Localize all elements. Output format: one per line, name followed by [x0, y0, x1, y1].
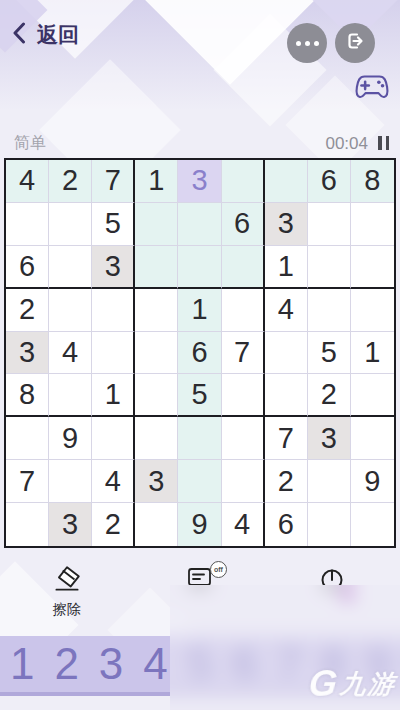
sudoku-cell-r2c6[interactable]: 6: [222, 203, 265, 246]
sudoku-cell-r1c9[interactable]: 8: [351, 160, 394, 203]
sudoku-cell-r1c7[interactable]: [265, 160, 308, 203]
sudoku-cell-r7c2[interactable]: 9: [49, 417, 92, 460]
timer-value: 00:04: [325, 134, 368, 154]
gamepad-floating-button[interactable]: [353, 71, 391, 107]
sudoku-cell-r6c2[interactable]: [49, 374, 92, 417]
sudoku-cell-r7c6[interactable]: [222, 417, 265, 460]
sudoku-cell-r1c4[interactable]: 1: [135, 160, 178, 203]
sudoku-cell-r6c7[interactable]: [265, 374, 308, 417]
sudoku-board: 427136856363121434675181529737432932946: [4, 158, 396, 548]
numpad-key-1[interactable]: 1: [10, 642, 34, 686]
sudoku-cell-r5c4[interactable]: [135, 332, 178, 375]
sudoku-cell-r7c1[interactable]: [6, 417, 49, 460]
sudoku-cell-r5c7[interactable]: [265, 332, 308, 375]
sudoku-cell-r9c4[interactable]: [135, 503, 178, 546]
difficulty-label: 简单: [14, 133, 46, 154]
sudoku-cell-r9c6[interactable]: 4: [222, 503, 265, 546]
sudoku-cell-r6c8[interactable]: 2: [308, 374, 351, 417]
sudoku-cell-r5c2[interactable]: 4: [49, 332, 92, 375]
sudoku-cell-r4c4[interactable]: [135, 289, 178, 332]
notes-icon: off: [187, 565, 213, 593]
sudoku-cell-r8c8[interactable]: [308, 460, 351, 503]
sudoku-cell-r5c3[interactable]: [92, 332, 135, 375]
numpad-key-5[interactable]: 5: [188, 642, 212, 686]
sudoku-cell-r3c6[interactable]: [222, 246, 265, 289]
numpad-key-7[interactable]: 7: [277, 642, 301, 686]
numpad-key-6[interactable]: 6: [232, 642, 256, 686]
sudoku-cell-r4c2[interactable]: [49, 289, 92, 332]
sudoku-cell-r9c7[interactable]: 6: [265, 503, 308, 546]
numpad-key-4[interactable]: 4: [143, 642, 167, 686]
sudoku-cell-r1c8[interactable]: 6: [308, 160, 351, 203]
sudoku-cell-r8c7[interactable]: 2: [265, 460, 308, 503]
eraser-icon: [51, 565, 83, 597]
sudoku-cell-r7c5[interactable]: [178, 417, 221, 460]
sudoku-cell-r4c8[interactable]: [308, 289, 351, 332]
sudoku-cell-r8c5[interactable]: [178, 460, 221, 503]
sudoku-cell-r3c2[interactable]: [49, 246, 92, 289]
sudoku-cell-r5c8[interactable]: 5: [308, 332, 351, 375]
sudoku-cell-r6c4[interactable]: [135, 374, 178, 417]
sudoku-cell-r5c6[interactable]: 7: [222, 332, 265, 375]
exit-icon: [344, 30, 366, 56]
sudoku-cell-r9c3[interactable]: 2: [92, 503, 135, 546]
sudoku-cell-r1c3[interactable]: 7: [92, 160, 135, 203]
sudoku-cell-r3c9[interactable]: [351, 246, 394, 289]
sudoku-cell-r7c8[interactable]: 3: [308, 417, 351, 460]
sudoku-cell-r7c7[interactable]: 7: [265, 417, 308, 460]
sudoku-cell-r7c9[interactable]: [351, 417, 394, 460]
sudoku-cell-r9c1[interactable]: [6, 503, 49, 546]
numpad-key-2[interactable]: 2: [54, 642, 78, 686]
sudoku-cell-r9c8[interactable]: [308, 503, 351, 546]
sudoku-cell-r3c5[interactable]: [178, 246, 221, 289]
sudoku-cell-r9c2[interactable]: 3: [49, 503, 92, 546]
sudoku-cell-r2c1[interactable]: [6, 203, 49, 246]
sudoku-cell-r2c2[interactable]: [49, 203, 92, 246]
sudoku-app-screen: 返回 简单 00:04 42713685636312143467518: [0, 0, 400, 710]
sudoku-cell-r2c5[interactable]: [178, 203, 221, 246]
sudoku-cell-r8c4[interactable]: 3: [135, 460, 178, 503]
pause-icon: [386, 136, 390, 150]
back-chevron-icon: [12, 22, 26, 48]
exit-button[interactable]: [335, 23, 375, 63]
sudoku-cell-r6c6[interactable]: [222, 374, 265, 417]
sudoku-cell-r3c4[interactable]: [135, 246, 178, 289]
sudoku-cell-r6c5[interactable]: 5: [178, 374, 221, 417]
sudoku-cell-r7c3[interactable]: [92, 417, 135, 460]
sudoku-cell-r4c1[interactable]: 2: [6, 289, 49, 332]
watermark-text: 九游: [339, 671, 398, 697]
hint-icon: [319, 565, 347, 597]
sudoku-cell-r8c3[interactable]: 4: [92, 460, 135, 503]
sudoku-cell-r1c6[interactable]: [222, 160, 265, 203]
sudoku-cell-r5c9[interactable]: 1: [351, 332, 394, 375]
more-options-button[interactable]: [287, 23, 327, 63]
sudoku-cell-r7c4[interactable]: [135, 417, 178, 460]
pause-icon: [378, 136, 382, 150]
back-button[interactable]: 返回: [12, 21, 79, 49]
sudoku-cell-r6c9[interactable]: [351, 374, 394, 417]
sudoku-cell-r5c1[interactable]: 3: [6, 332, 49, 375]
sudoku-cell-r2c8[interactable]: [308, 203, 351, 246]
erase-label: 擦除: [53, 601, 81, 619]
sudoku-cell-r4c6[interactable]: [222, 289, 265, 332]
gamepad-icon: [353, 89, 391, 106]
back-label: 返回: [37, 21, 79, 49]
sudoku-cell-r2c3[interactable]: 5: [92, 203, 135, 246]
sudoku-cell-r8c6[interactable]: [222, 460, 265, 503]
sudoku-cell-r5c5[interactable]: 6: [178, 332, 221, 375]
sudoku-cell-r9c5[interactable]: 9: [178, 503, 221, 546]
sudoku-cell-r3c3[interactable]: 3: [92, 246, 135, 289]
toolbar: 擦除 off: [0, 565, 400, 619]
sudoku-cell-r9c9[interactable]: [351, 503, 394, 546]
sudoku-cell-r3c7[interactable]: 1: [265, 246, 308, 289]
sudoku-cell-r2c7[interactable]: 3: [265, 203, 308, 246]
sudoku-cell-r4c5[interactable]: 1: [178, 289, 221, 332]
sudoku-cell-r4c3[interactable]: [92, 289, 135, 332]
sudoku-cell-r8c1[interactable]: 7: [6, 460, 49, 503]
sudoku-cell-r1c2[interactable]: 2: [49, 160, 92, 203]
more-dots-icon: [296, 41, 319, 46]
sudoku-cell-r6c1[interactable]: 8: [6, 374, 49, 417]
notes-button[interactable]: off: [145, 565, 255, 619]
sudoku-cell-r4c7[interactable]: 4: [265, 289, 308, 332]
hint-count-badge: [341, 588, 354, 601]
sudoku-cell-r2c9[interactable]: [351, 203, 394, 246]
watermark: G 九游: [307, 666, 398, 702]
notes-off-badge: off: [210, 561, 227, 578]
watermark-logo-icon: G: [307, 666, 339, 702]
numpad-key-3[interactable]: 3: [99, 642, 123, 686]
pause-button[interactable]: [378, 136, 389, 150]
erase-button[interactable]: 擦除: [12, 565, 122, 619]
sudoku-cell-r3c8[interactable]: [308, 246, 351, 289]
sudoku-cell-r2c4[interactable]: [135, 203, 178, 246]
sudoku-cell-r4c9[interactable]: [351, 289, 394, 332]
sudoku-cell-r3c1[interactable]: 6: [6, 246, 49, 289]
sudoku-cell-r8c9[interactable]: 9: [351, 460, 394, 503]
sudoku-cell-r6c3[interactable]: 1: [92, 374, 135, 417]
sudoku-cell-r1c1[interactable]: 4: [6, 160, 49, 203]
sudoku-cell-r8c2[interactable]: [49, 460, 92, 503]
hint-button[interactable]: [278, 565, 388, 619]
sudoku-cell-r1c5[interactable]: 3: [178, 160, 221, 203]
